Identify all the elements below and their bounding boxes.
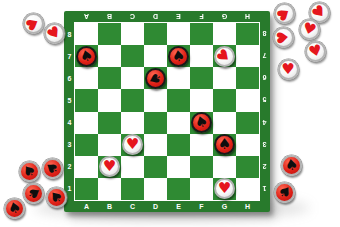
spade-icon: ♠ [216,136,233,153]
piece-spade-a7[interactable]: ♠ [76,46,97,67]
coordinate-label-b: B [98,11,121,23]
piece-spade-offboard-11[interactable]: ♠ [23,183,44,204]
piece-spade-d6[interactable]: ♠ [145,68,166,89]
square-a3[interactable] [75,134,98,156]
square-f1[interactable] [190,178,213,200]
square-b8[interactable] [98,23,121,45]
coordinate-label-7: 7 [259,45,270,67]
coordinate-label-g: G [213,200,236,212]
heart-icon: ♥ [101,158,118,175]
piece-heart-g1[interactable]: ♥ [214,178,235,199]
square-h3[interactable] [236,134,259,156]
square-h2[interactable] [236,156,259,178]
spade-icon: ♠ [76,46,97,67]
square-a6[interactable] [75,67,98,89]
coordinate-label-e: E [167,200,190,212]
coordinate-label-f: F [190,11,213,23]
square-b4[interactable] [98,112,121,134]
square-c4[interactable] [121,112,144,134]
piece-spade-offboard-9[interactable]: ♠ [19,161,40,182]
coordinate-label-c: C [121,11,144,23]
piece-spade-g3[interactable]: ♠ [214,134,235,155]
coordinate-label-3: 3 [259,134,270,156]
rank-labels-left: 87654321 [64,23,75,200]
spade-icon: ♠ [169,47,188,66]
coordinate-label-g: G [213,11,236,23]
square-g2[interactable] [213,156,236,178]
piece-heart-g7[interactable]: ♥ [214,46,235,67]
piece-spade-offboard-14[interactable]: ♠ [281,155,302,176]
coordinate-label-h: H [236,11,259,23]
square-a8[interactable] [75,23,98,45]
coordinate-label-e: E [167,11,190,23]
coordinate-label-5: 5 [259,89,270,111]
heart-icon: ♥ [299,19,320,40]
piece-heart-offboard-3[interactable]: ♥ [274,3,295,24]
spade-icon: ♠ [281,155,301,175]
square-e8[interactable] [167,23,190,45]
heart-icon: ♥ [272,1,296,25]
checkers-board: ABCDEFGH ABCDEFGH 87654321 87654321 [64,11,270,212]
piece-spade-offboard-12[interactable]: ♠ [46,187,67,208]
coordinate-label-2: 2 [64,156,75,178]
spade-icon: ♠ [17,159,41,183]
square-b1[interactable] [98,178,121,200]
coordinate-label-f: F [190,200,213,212]
square-e5[interactable] [167,89,190,111]
coordinate-label-d: D [144,200,167,212]
coordinate-label-h: H [236,200,259,212]
coordinate-label-4: 4 [259,112,270,134]
square-e2[interactable] [167,156,190,178]
rank-labels-right: 87654321 [259,23,270,200]
piece-heart-offboard-2[interactable]: ♥ [44,23,65,44]
piece-spade-f4[interactable]: ♠ [191,112,212,133]
square-c1[interactable] [121,178,144,200]
square-g5[interactable] [213,89,236,111]
square-e3[interactable] [167,134,190,156]
piece-heart-offboard-7[interactable]: ♥ [305,41,326,62]
square-c7[interactable] [121,45,144,67]
square-h8[interactable] [236,23,259,45]
square-d4[interactable] [144,112,167,134]
file-labels-top: ABCDEFGH [75,11,259,23]
square-a5[interactable] [75,89,98,111]
piece-heart-offboard-8[interactable]: ♥ [278,59,299,80]
square-d2[interactable] [144,156,167,178]
spade-icon: ♠ [21,181,44,204]
square-c2[interactable] [121,156,144,178]
square-d3[interactable] [144,134,167,156]
square-e1[interactable] [167,178,190,200]
square-h1[interactable] [236,178,259,200]
coordinate-label-2: 2 [259,156,270,178]
square-h7[interactable] [236,45,259,67]
square-d8[interactable] [144,23,167,45]
heart-icon: ♥ [42,21,66,45]
spade-icon: ♠ [4,198,25,219]
square-h4[interactable] [236,112,259,134]
coordinate-label-5: 5 [64,89,75,111]
square-b7[interactable] [98,45,121,67]
square-h6[interactable] [236,67,259,89]
square-f6[interactable] [190,67,213,89]
square-f5[interactable] [190,89,213,111]
scene: ABCDEFGH ABCDEFGH 87654321 87654321 ♠♠♥♠… [0,0,340,227]
coordinate-label-4: 4 [64,112,75,134]
piece-spade-offboard-15[interactable]: ♠ [274,182,295,203]
square-a2[interactable] [75,156,98,178]
square-g4[interactable] [213,112,236,134]
square-d1[interactable] [144,178,167,200]
coordinate-label-b: B [98,200,121,212]
coordinate-label-6: 6 [64,67,75,89]
square-c5[interactable] [121,89,144,111]
heart-icon: ♥ [305,41,326,62]
square-b6[interactable] [98,67,121,89]
piece-spade-offboard-10[interactable]: ♠ [42,158,63,179]
square-c6[interactable] [121,67,144,89]
coordinate-label-8: 8 [259,23,270,45]
piece-spade-offboard-13[interactable]: ♠ [4,198,25,219]
heart-icon: ♥ [21,11,44,34]
square-d7[interactable] [144,45,167,67]
coordinate-label-3: 3 [64,134,75,156]
spade-icon: ♠ [40,156,64,180]
piece-heart-b2[interactable]: ♥ [99,156,120,177]
heart-icon: ♥ [124,136,141,153]
piece-heart-offboard-5[interactable]: ♥ [299,19,320,40]
square-b5[interactable] [98,89,121,111]
piece-heart-offboard-6[interactable]: ♥ [273,27,294,48]
square-c8[interactable] [121,23,144,45]
square-e6[interactable] [167,67,190,89]
square-b3[interactable] [98,134,121,156]
piece-heart-offboard-1[interactable]: ♥ [23,13,44,34]
square-a4[interactable] [75,112,98,134]
square-g6[interactable] [213,67,236,89]
heart-icon: ♥ [280,61,297,78]
heart-icon: ♥ [216,180,233,197]
coordinate-label-1: 1 [259,178,270,200]
coordinate-label-a: A [75,200,98,212]
coordinate-label-a: A [75,11,98,23]
coordinate-label-c: C [121,200,144,212]
coordinate-label-6: 6 [259,67,270,89]
square-f8[interactable] [190,23,213,45]
square-d5[interactable] [144,89,167,111]
square-f7[interactable] [190,45,213,67]
file-labels-bottom: ABCDEFGH [75,200,259,212]
coordinate-label-d: D [144,11,167,23]
coordinate-label-7: 7 [64,45,75,67]
piece-spade-e7[interactable]: ♠ [168,46,189,67]
square-g8[interactable] [213,23,236,45]
square-h5[interactable] [236,89,259,111]
square-f3[interactable] [190,134,213,156]
square-f2[interactable] [190,156,213,178]
heart-icon: ♥ [274,28,292,46]
square-e4[interactable] [167,112,190,134]
piece-heart-c3[interactable]: ♥ [122,134,143,155]
square-a1[interactable] [75,178,98,200]
